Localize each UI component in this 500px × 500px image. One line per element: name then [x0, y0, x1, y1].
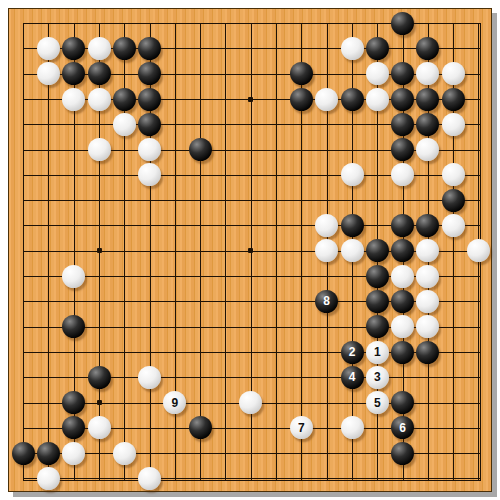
intersection[interactable]	[162, 213, 187, 238]
intersection[interactable]	[441, 213, 466, 238]
intersection[interactable]	[11, 238, 36, 263]
intersection[interactable]	[112, 36, 137, 61]
intersection[interactable]	[188, 213, 213, 238]
intersection[interactable]	[112, 365, 137, 390]
intersection[interactable]	[238, 238, 263, 263]
intersection[interactable]	[390, 339, 415, 364]
intersection[interactable]	[238, 188, 263, 213]
intersection[interactable]	[441, 390, 466, 415]
intersection[interactable]	[188, 415, 213, 440]
intersection[interactable]	[11, 415, 36, 440]
intersection[interactable]	[162, 86, 187, 111]
intersection[interactable]	[112, 238, 137, 263]
intersection[interactable]	[289, 36, 314, 61]
intersection[interactable]	[390, 289, 415, 314]
intersection[interactable]	[162, 188, 187, 213]
intersection[interactable]	[213, 390, 238, 415]
intersection[interactable]	[11, 339, 36, 364]
intersection[interactable]	[112, 441, 137, 466]
intersection[interactable]	[238, 112, 263, 137]
intersection[interactable]	[466, 466, 491, 491]
intersection[interactable]	[162, 137, 187, 162]
intersection[interactable]	[314, 61, 339, 86]
intersection[interactable]	[61, 390, 86, 415]
intersection[interactable]	[137, 289, 162, 314]
intersection[interactable]	[162, 263, 187, 288]
intersection[interactable]: 8	[314, 289, 339, 314]
intersection[interactable]	[314, 441, 339, 466]
intersection[interactable]	[112, 11, 137, 36]
intersection[interactable]: 7	[289, 415, 314, 440]
intersection[interactable]	[415, 11, 440, 36]
intersection[interactable]	[441, 314, 466, 339]
intersection[interactable]	[137, 390, 162, 415]
intersection[interactable]: 1	[365, 339, 390, 364]
intersection[interactable]	[61, 61, 86, 86]
intersection[interactable]	[263, 441, 288, 466]
intersection[interactable]	[314, 188, 339, 213]
intersection[interactable]	[441, 11, 466, 36]
intersection[interactable]	[188, 112, 213, 137]
intersection[interactable]	[61, 86, 86, 111]
intersection[interactable]	[36, 339, 61, 364]
intersection[interactable]	[213, 441, 238, 466]
intersection[interactable]	[263, 466, 288, 491]
intersection[interactable]	[289, 137, 314, 162]
intersection[interactable]	[86, 289, 111, 314]
intersection[interactable]	[213, 466, 238, 491]
intersection[interactable]	[213, 314, 238, 339]
intersection[interactable]	[415, 213, 440, 238]
intersection[interactable]	[61, 466, 86, 491]
intersection[interactable]	[137, 36, 162, 61]
intersection[interactable]	[289, 86, 314, 111]
intersection[interactable]: 9	[162, 390, 187, 415]
intersection[interactable]	[213, 112, 238, 137]
intersection[interactable]	[36, 441, 61, 466]
intersection[interactable]	[289, 441, 314, 466]
intersection[interactable]	[339, 112, 364, 137]
intersection[interactable]	[441, 61, 466, 86]
intersection[interactable]	[441, 339, 466, 364]
intersection[interactable]	[162, 466, 187, 491]
intersection[interactable]	[213, 415, 238, 440]
intersection[interactable]	[213, 36, 238, 61]
intersection[interactable]	[365, 61, 390, 86]
intersection[interactable]	[314, 415, 339, 440]
intersection[interactable]	[415, 314, 440, 339]
intersection[interactable]	[263, 137, 288, 162]
intersection[interactable]	[61, 11, 86, 36]
intersection[interactable]	[86, 339, 111, 364]
intersection[interactable]	[137, 86, 162, 111]
intersection[interactable]	[112, 263, 137, 288]
intersection[interactable]	[441, 238, 466, 263]
intersection[interactable]	[137, 466, 162, 491]
intersection[interactable]	[137, 339, 162, 364]
intersection[interactable]	[339, 86, 364, 111]
intersection[interactable]	[137, 213, 162, 238]
intersection[interactable]	[86, 238, 111, 263]
intersection[interactable]	[61, 415, 86, 440]
intersection[interactable]	[390, 441, 415, 466]
intersection[interactable]	[213, 162, 238, 187]
intersection[interactable]	[314, 466, 339, 491]
intersection[interactable]	[162, 11, 187, 36]
intersection[interactable]	[188, 390, 213, 415]
intersection[interactable]	[238, 390, 263, 415]
intersection[interactable]	[390, 390, 415, 415]
intersection[interactable]	[112, 112, 137, 137]
intersection[interactable]	[390, 365, 415, 390]
intersection[interactable]	[86, 365, 111, 390]
intersection[interactable]	[162, 289, 187, 314]
intersection[interactable]	[263, 188, 288, 213]
intersection[interactable]	[86, 213, 111, 238]
intersection[interactable]	[36, 415, 61, 440]
intersection[interactable]	[263, 289, 288, 314]
intersection[interactable]	[36, 314, 61, 339]
intersection[interactable]	[339, 238, 364, 263]
intersection[interactable]	[213, 188, 238, 213]
intersection[interactable]	[441, 162, 466, 187]
intersection[interactable]	[188, 162, 213, 187]
intersection[interactable]	[162, 314, 187, 339]
intersection[interactable]	[188, 314, 213, 339]
intersection[interactable]	[339, 441, 364, 466]
intersection[interactable]	[263, 213, 288, 238]
intersection[interactable]	[365, 86, 390, 111]
intersection[interactable]	[289, 466, 314, 491]
intersection[interactable]	[339, 213, 364, 238]
intersection[interactable]	[339, 61, 364, 86]
intersection[interactable]	[415, 365, 440, 390]
intersection[interactable]	[390, 36, 415, 61]
intersection[interactable]	[263, 112, 288, 137]
intersection[interactable]	[365, 162, 390, 187]
intersection[interactable]	[365, 263, 390, 288]
intersection[interactable]	[466, 365, 491, 390]
intersection[interactable]	[36, 162, 61, 187]
intersection[interactable]	[314, 162, 339, 187]
intersection[interactable]	[188, 263, 213, 288]
intersection[interactable]	[238, 339, 263, 364]
intersection[interactable]	[415, 289, 440, 314]
intersection[interactable]	[263, 162, 288, 187]
intersection[interactable]	[213, 238, 238, 263]
intersection[interactable]: 2	[339, 339, 364, 364]
intersection[interactable]	[188, 86, 213, 111]
intersection[interactable]	[339, 263, 364, 288]
intersection[interactable]	[365, 36, 390, 61]
intersection[interactable]	[466, 415, 491, 440]
intersection[interactable]	[314, 339, 339, 364]
intersection[interactable]	[263, 390, 288, 415]
intersection[interactable]	[112, 162, 137, 187]
intersection[interactable]	[339, 11, 364, 36]
intersection[interactable]	[162, 339, 187, 364]
intersection[interactable]	[466, 263, 491, 288]
intersection[interactable]: 4	[339, 365, 364, 390]
intersection[interactable]	[415, 188, 440, 213]
intersection[interactable]	[314, 112, 339, 137]
intersection[interactable]	[11, 11, 36, 36]
intersection[interactable]	[238, 314, 263, 339]
intersection[interactable]	[415, 390, 440, 415]
intersection[interactable]	[188, 188, 213, 213]
intersection[interactable]	[61, 263, 86, 288]
intersection[interactable]	[188, 339, 213, 364]
intersection[interactable]	[61, 339, 86, 364]
intersection[interactable]	[86, 11, 111, 36]
intersection[interactable]	[36, 112, 61, 137]
intersection[interactable]	[61, 314, 86, 339]
intersection[interactable]	[137, 263, 162, 288]
intersection[interactable]	[238, 162, 263, 187]
intersection[interactable]	[339, 314, 364, 339]
intersection[interactable]	[314, 238, 339, 263]
intersection[interactable]	[162, 36, 187, 61]
intersection[interactable]	[314, 365, 339, 390]
intersection[interactable]	[339, 466, 364, 491]
intersection[interactable]	[314, 86, 339, 111]
intersection[interactable]	[213, 86, 238, 111]
intersection[interactable]	[390, 86, 415, 111]
intersection[interactable]	[11, 314, 36, 339]
intersection[interactable]	[36, 390, 61, 415]
intersection[interactable]	[238, 263, 263, 288]
intersection[interactable]	[86, 314, 111, 339]
intersection[interactable]	[390, 11, 415, 36]
intersection[interactable]	[188, 11, 213, 36]
intersection[interactable]	[415, 238, 440, 263]
intersection[interactable]	[289, 188, 314, 213]
intersection[interactable]	[415, 36, 440, 61]
intersection[interactable]	[61, 289, 86, 314]
intersection[interactable]	[339, 188, 364, 213]
intersection[interactable]	[365, 415, 390, 440]
intersection[interactable]	[466, 289, 491, 314]
intersection[interactable]	[61, 162, 86, 187]
intersection[interactable]	[466, 188, 491, 213]
intersection[interactable]: 5	[365, 390, 390, 415]
intersection[interactable]	[11, 36, 36, 61]
intersection[interactable]	[238, 36, 263, 61]
intersection[interactable]	[11, 61, 36, 86]
intersection[interactable]	[112, 314, 137, 339]
intersection[interactable]	[314, 263, 339, 288]
intersection[interactable]	[390, 238, 415, 263]
intersection[interactable]	[390, 213, 415, 238]
intersection[interactable]	[441, 466, 466, 491]
intersection[interactable]	[314, 36, 339, 61]
intersection[interactable]	[365, 441, 390, 466]
intersection[interactable]	[36, 188, 61, 213]
intersection[interactable]	[365, 112, 390, 137]
intersection[interactable]: 6	[390, 415, 415, 440]
intersection[interactable]	[466, 11, 491, 36]
intersection[interactable]	[339, 137, 364, 162]
intersection[interactable]	[415, 415, 440, 440]
intersection[interactable]	[137, 137, 162, 162]
intersection[interactable]	[466, 390, 491, 415]
intersection[interactable]	[263, 415, 288, 440]
intersection[interactable]	[289, 289, 314, 314]
intersection[interactable]	[188, 289, 213, 314]
intersection[interactable]	[441, 415, 466, 440]
intersection[interactable]	[61, 188, 86, 213]
intersection[interactable]	[137, 415, 162, 440]
intersection[interactable]	[238, 289, 263, 314]
intersection[interactable]	[213, 289, 238, 314]
intersection[interactable]	[36, 137, 61, 162]
intersection[interactable]	[314, 390, 339, 415]
intersection[interactable]	[466, 137, 491, 162]
intersection[interactable]	[112, 137, 137, 162]
intersection[interactable]	[137, 11, 162, 36]
intersection[interactable]	[11, 390, 36, 415]
intersection[interactable]	[415, 263, 440, 288]
intersection[interactable]	[137, 314, 162, 339]
intersection[interactable]	[188, 137, 213, 162]
intersection[interactable]	[289, 61, 314, 86]
intersection[interactable]	[213, 213, 238, 238]
intersection[interactable]	[466, 213, 491, 238]
intersection[interactable]	[112, 61, 137, 86]
intersection[interactable]	[36, 263, 61, 288]
intersection[interactable]	[314, 137, 339, 162]
intersection[interactable]	[137, 365, 162, 390]
intersection[interactable]	[137, 441, 162, 466]
intersection[interactable]	[339, 415, 364, 440]
intersection[interactable]	[289, 365, 314, 390]
intersection[interactable]	[11, 365, 36, 390]
intersection[interactable]	[263, 238, 288, 263]
intersection[interactable]	[466, 238, 491, 263]
intersection[interactable]	[415, 162, 440, 187]
intersection[interactable]	[415, 466, 440, 491]
intersection[interactable]	[162, 112, 187, 137]
intersection[interactable]	[238, 137, 263, 162]
intersection[interactable]	[61, 213, 86, 238]
intersection[interactable]	[365, 213, 390, 238]
intersection[interactable]	[365, 466, 390, 491]
intersection[interactable]	[11, 263, 36, 288]
intersection[interactable]	[188, 36, 213, 61]
intersection[interactable]	[112, 415, 137, 440]
intersection[interactable]	[162, 365, 187, 390]
intersection[interactable]	[112, 188, 137, 213]
intersection[interactable]	[441, 289, 466, 314]
intersection[interactable]	[11, 137, 36, 162]
intersection[interactable]	[36, 289, 61, 314]
intersection[interactable]	[86, 466, 111, 491]
intersection[interactable]	[86, 112, 111, 137]
intersection[interactable]	[289, 314, 314, 339]
intersection[interactable]	[112, 289, 137, 314]
intersection[interactable]	[339, 36, 364, 61]
intersection[interactable]	[466, 162, 491, 187]
intersection[interactable]	[314, 11, 339, 36]
intersection[interactable]	[365, 188, 390, 213]
intersection[interactable]	[238, 365, 263, 390]
intersection[interactable]	[86, 36, 111, 61]
intersection[interactable]	[36, 213, 61, 238]
intersection[interactable]	[365, 11, 390, 36]
intersection[interactable]	[112, 390, 137, 415]
intersection[interactable]	[86, 188, 111, 213]
intersection[interactable]	[289, 11, 314, 36]
intersection[interactable]	[61, 137, 86, 162]
intersection[interactable]	[390, 314, 415, 339]
intersection[interactable]	[415, 61, 440, 86]
intersection[interactable]	[263, 36, 288, 61]
intersection[interactable]	[466, 339, 491, 364]
intersection[interactable]	[137, 61, 162, 86]
intersection[interactable]	[11, 441, 36, 466]
intersection[interactable]	[137, 188, 162, 213]
intersection[interactable]	[11, 162, 36, 187]
intersection[interactable]	[11, 86, 36, 111]
intersection[interactable]	[112, 339, 137, 364]
intersection[interactable]	[415, 112, 440, 137]
intersection[interactable]	[112, 86, 137, 111]
intersection[interactable]	[390, 263, 415, 288]
intersection[interactable]	[36, 36, 61, 61]
intersection[interactable]	[188, 466, 213, 491]
intersection[interactable]	[112, 466, 137, 491]
intersection[interactable]	[441, 86, 466, 111]
intersection[interactable]	[213, 61, 238, 86]
intersection[interactable]	[390, 162, 415, 187]
intersection[interactable]	[86, 137, 111, 162]
intersection[interactable]	[466, 314, 491, 339]
intersection[interactable]	[188, 365, 213, 390]
intersection[interactable]	[289, 238, 314, 263]
intersection[interactable]	[263, 61, 288, 86]
intersection[interactable]	[289, 162, 314, 187]
intersection[interactable]	[441, 441, 466, 466]
intersection[interactable]	[238, 213, 263, 238]
intersection[interactable]	[36, 466, 61, 491]
intersection[interactable]	[162, 238, 187, 263]
intersection[interactable]	[466, 86, 491, 111]
intersection[interactable]	[36, 61, 61, 86]
intersection[interactable]	[213, 339, 238, 364]
intersection[interactable]	[415, 339, 440, 364]
intersection[interactable]	[86, 61, 111, 86]
intersection[interactable]	[441, 188, 466, 213]
intersection[interactable]	[390, 112, 415, 137]
intersection[interactable]	[137, 238, 162, 263]
intersection[interactable]	[365, 314, 390, 339]
intersection[interactable]	[314, 213, 339, 238]
intersection[interactable]	[188, 61, 213, 86]
intersection[interactable]	[162, 162, 187, 187]
intersection[interactable]	[162, 441, 187, 466]
intersection[interactable]	[390, 188, 415, 213]
intersection[interactable]	[339, 289, 364, 314]
intersection[interactable]	[238, 86, 263, 111]
intersection[interactable]	[263, 263, 288, 288]
intersection[interactable]	[61, 441, 86, 466]
intersection[interactable]	[86, 415, 111, 440]
intersection[interactable]	[365, 238, 390, 263]
intersection[interactable]	[137, 112, 162, 137]
intersection[interactable]	[238, 61, 263, 86]
intersection[interactable]	[415, 137, 440, 162]
intersection[interactable]	[61, 112, 86, 137]
